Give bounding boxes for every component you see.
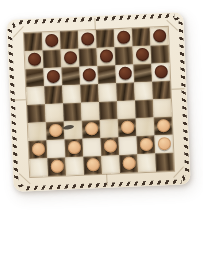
light-piece[interactable] bbox=[48, 124, 62, 138]
light-piece[interactable] bbox=[67, 141, 81, 155]
square-r3c2[interactable] bbox=[43, 68, 62, 87]
dark-piece[interactable] bbox=[80, 32, 94, 46]
whip-stitch-corner bbox=[171, 14, 181, 24]
dark-piece[interactable] bbox=[27, 52, 41, 66]
border-seam bbox=[106, 174, 108, 186]
square-r2c5[interactable] bbox=[97, 47, 116, 66]
whip-stitch-corner bbox=[9, 21, 19, 31]
square-r8c7[interactable] bbox=[137, 154, 156, 173]
square-r2c1[interactable] bbox=[25, 50, 44, 69]
dark-piece[interactable] bbox=[46, 70, 60, 84]
light-piece[interactable] bbox=[120, 120, 134, 134]
square-r4c2[interactable] bbox=[44, 86, 63, 105]
square-r7c1[interactable] bbox=[29, 140, 48, 159]
square-r3c5[interactable] bbox=[97, 65, 116, 84]
square-r6c3[interactable] bbox=[64, 121, 83, 140]
dark-piece[interactable] bbox=[118, 67, 132, 81]
square-r5c3[interactable] bbox=[63, 103, 82, 122]
square-r8c3[interactable] bbox=[65, 157, 84, 176]
square-r8c8[interactable] bbox=[155, 153, 174, 172]
square-r3c3[interactable] bbox=[61, 67, 80, 86]
square-r1c6[interactable] bbox=[114, 28, 133, 47]
whip-stitch-left bbox=[8, 29, 19, 183]
square-r6c6[interactable] bbox=[118, 118, 137, 137]
board-grid bbox=[24, 27, 174, 177]
square-r2c7[interactable] bbox=[133, 46, 152, 65]
dark-piece[interactable] bbox=[99, 49, 113, 63]
square-r7c3[interactable] bbox=[65, 139, 84, 158]
dark-piece[interactable] bbox=[116, 31, 130, 45]
light-piece[interactable] bbox=[139, 138, 153, 152]
square-r6c4[interactable] bbox=[82, 120, 101, 139]
square-r2c8[interactable] bbox=[151, 45, 170, 64]
whip-stitch-bottom bbox=[23, 179, 182, 190]
square-r7c7[interactable] bbox=[137, 136, 156, 155]
square-r8c2[interactable] bbox=[47, 157, 66, 176]
square-r4c8[interactable] bbox=[152, 81, 171, 100]
square-r6c1[interactable] bbox=[28, 122, 47, 141]
dark-piece[interactable] bbox=[82, 68, 96, 82]
square-r5c2[interactable] bbox=[45, 104, 64, 123]
checkers-rug bbox=[6, 12, 190, 192]
square-r5c1[interactable] bbox=[27, 104, 46, 123]
light-piece[interactable] bbox=[157, 137, 171, 151]
light-piece[interactable] bbox=[122, 156, 136, 170]
square-r7c8[interactable] bbox=[155, 135, 174, 154]
dark-piece[interactable] bbox=[152, 29, 166, 43]
square-r1c5[interactable] bbox=[96, 29, 115, 48]
square-r6c5[interactable] bbox=[100, 119, 119, 138]
dark-piece[interactable] bbox=[135, 48, 149, 62]
dark-piece[interactable] bbox=[154, 65, 168, 79]
square-r2c3[interactable] bbox=[61, 49, 80, 68]
square-r4c7[interactable] bbox=[134, 82, 153, 101]
whip-stitch-corner bbox=[179, 173, 189, 183]
dark-piece[interactable] bbox=[44, 34, 58, 48]
square-r3c6[interactable] bbox=[115, 64, 134, 83]
square-r3c7[interactable] bbox=[133, 64, 152, 83]
square-r1c8[interactable] bbox=[150, 27, 169, 46]
light-piece[interactable] bbox=[103, 139, 117, 153]
square-r8c4[interactable] bbox=[83, 156, 102, 175]
square-r3c8[interactable] bbox=[151, 63, 170, 82]
square-r1c3[interactable] bbox=[60, 31, 79, 50]
square-r8c6[interactable] bbox=[119, 154, 138, 173]
square-r7c2[interactable] bbox=[47, 140, 66, 159]
square-r5c4[interactable] bbox=[81, 102, 100, 121]
square-r1c4[interactable] bbox=[78, 30, 97, 49]
square-r1c7[interactable] bbox=[132, 28, 151, 47]
square-r1c1[interactable] bbox=[24, 32, 43, 51]
whip-stitch-right bbox=[179, 21, 190, 175]
square-r4c5[interactable] bbox=[98, 83, 117, 102]
square-r8c5[interactable] bbox=[101, 155, 120, 174]
square-r4c6[interactable] bbox=[116, 82, 135, 101]
square-r5c7[interactable] bbox=[135, 100, 154, 119]
square-r6c2[interactable] bbox=[46, 122, 65, 141]
square-r6c7[interactable] bbox=[136, 118, 155, 137]
square-r3c4[interactable] bbox=[79, 66, 98, 85]
border-seam bbox=[12, 99, 26, 101]
light-piece[interactable] bbox=[86, 158, 100, 172]
border-corner-seam bbox=[13, 26, 24, 38]
square-r8c1[interactable] bbox=[29, 158, 48, 177]
square-r6c8[interactable] bbox=[154, 117, 173, 136]
square-r2c4[interactable] bbox=[79, 48, 98, 67]
square-r4c1[interactable] bbox=[26, 86, 45, 105]
square-r7c4[interactable] bbox=[83, 138, 102, 157]
square-r3c1[interactable] bbox=[25, 68, 44, 87]
square-r4c4[interactable] bbox=[80, 84, 99, 103]
light-piece[interactable] bbox=[31, 142, 45, 156]
square-r2c2[interactable] bbox=[43, 50, 62, 69]
light-piece[interactable] bbox=[84, 122, 98, 136]
photo-background bbox=[0, 0, 203, 253]
square-r7c6[interactable] bbox=[119, 136, 138, 155]
square-r5c6[interactable] bbox=[117, 100, 136, 119]
square-r5c8[interactable] bbox=[153, 99, 172, 118]
dark-piece[interactable] bbox=[63, 51, 77, 65]
square-r1c2[interactable] bbox=[42, 32, 61, 51]
light-piece[interactable] bbox=[156, 119, 170, 133]
light-piece[interactable] bbox=[50, 160, 64, 174]
square-r5c5[interactable] bbox=[99, 101, 118, 120]
square-r2c6[interactable] bbox=[115, 46, 134, 65]
whip-stitch-corner bbox=[16, 181, 26, 191]
square-r4c3[interactable] bbox=[62, 85, 81, 104]
square-r7c5[interactable] bbox=[101, 137, 120, 156]
